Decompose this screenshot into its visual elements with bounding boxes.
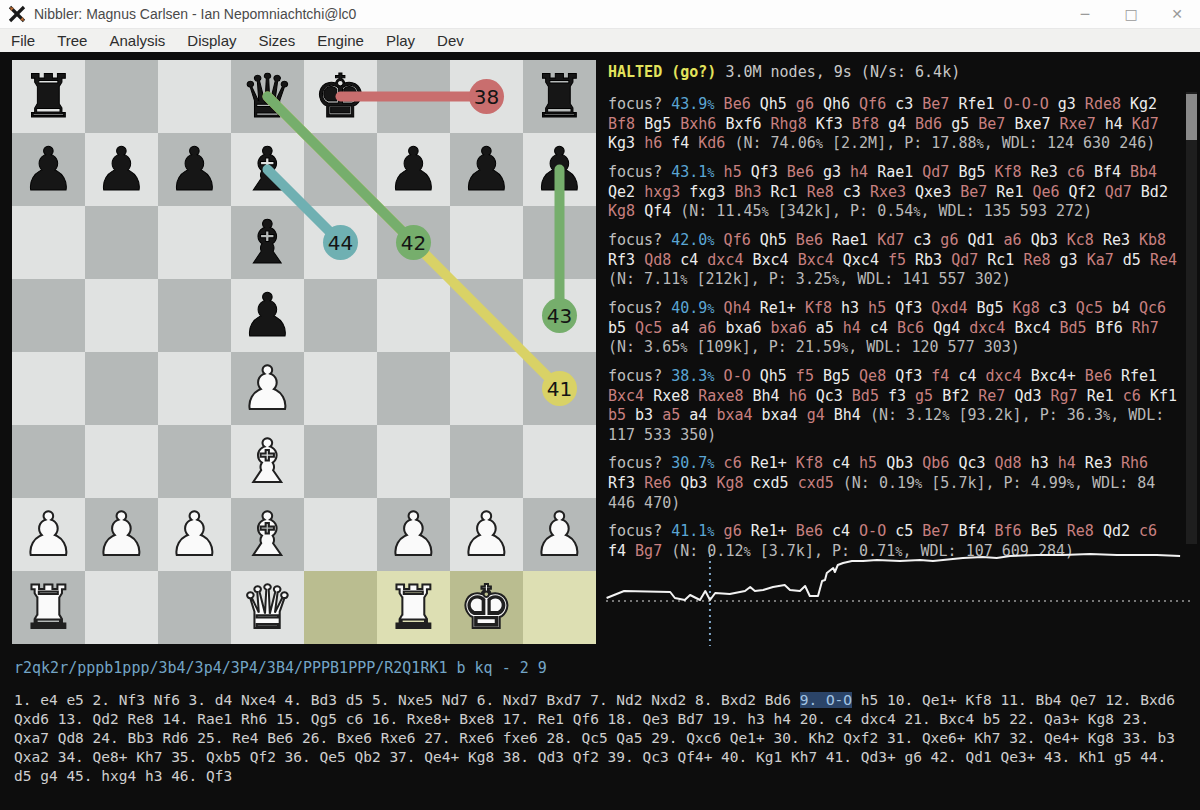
pv-move[interactable]: Qf6 bbox=[724, 231, 751, 249]
pv-move[interactable]: Bf6 bbox=[1096, 319, 1123, 337]
pv-move[interactable]: Be7 bbox=[978, 115, 1005, 133]
white-pawn[interactable]: ♟ bbox=[168, 498, 222, 571]
square-f1[interactable]: ♜ bbox=[377, 571, 450, 644]
pv-move[interactable]: g3 bbox=[1058, 95, 1076, 113]
square-a4[interactable] bbox=[12, 352, 85, 425]
square-h4[interactable] bbox=[523, 352, 596, 425]
pv-move[interactable]: Bb4 bbox=[1130, 163, 1157, 181]
pv-move[interactable]: Kg8 bbox=[1013, 299, 1040, 317]
pv-move[interactable]: h3 bbox=[841, 299, 859, 317]
pv-move[interactable]: Qc5 bbox=[1076, 299, 1103, 317]
square-c5[interactable] bbox=[158, 279, 231, 352]
square-a7[interactable]: ♟ bbox=[12, 133, 85, 206]
white-bishop[interactable]: ♝ bbox=[241, 498, 295, 571]
pv-move[interactable]: f5 bbox=[888, 251, 906, 269]
pv-move[interactable]: Qg4 bbox=[933, 319, 960, 337]
pv-move[interactable]: c3 bbox=[913, 231, 931, 249]
pv-move[interactable]: a6 bbox=[698, 319, 716, 337]
white-queen[interactable]: ♛ bbox=[241, 571, 295, 644]
square-e4[interactable] bbox=[304, 352, 377, 425]
pv-move[interactable]: b4 bbox=[1112, 299, 1130, 317]
pv-move[interactable]: Rh7 bbox=[1132, 319, 1159, 337]
black-king[interactable]: ♚ bbox=[314, 60, 368, 133]
pv-move[interactable]: dxc4 bbox=[969, 319, 1005, 337]
square-a2[interactable]: ♟ bbox=[12, 498, 85, 571]
pv-move[interactable]: c5 bbox=[895, 522, 913, 540]
pv-move[interactable]: Bxe7 bbox=[1014, 115, 1050, 133]
square-b2[interactable]: ♟ bbox=[85, 498, 158, 571]
pv-move[interactable]: Rg7 bbox=[1051, 387, 1078, 405]
pv-move[interactable]: Qd8 bbox=[995, 454, 1022, 472]
pv-move[interactable]: Bf8 bbox=[608, 115, 635, 133]
pv-move[interactable]: g4 bbox=[807, 406, 825, 424]
focus-toggle[interactable]: focus? bbox=[608, 231, 662, 249]
pv-move[interactable]: Bxc4+ bbox=[1031, 367, 1076, 385]
pv-move[interactable]: bxa4 bbox=[762, 406, 798, 424]
black-pawn[interactable]: ♟ bbox=[168, 133, 222, 206]
pv-move[interactable]: c4 bbox=[680, 251, 698, 269]
pv-move[interactable]: Kf8 bbox=[796, 454, 823, 472]
scrollbar-track[interactable] bbox=[1186, 92, 1197, 544]
pv-move[interactable]: Re1+ bbox=[751, 454, 787, 472]
pv-move[interactable]: a6 bbox=[1004, 231, 1022, 249]
pv-move[interactable]: Kg2 bbox=[1130, 95, 1157, 113]
pv-move[interactable]: Qh6 bbox=[823, 95, 850, 113]
pv-move[interactable]: Rhg8 bbox=[771, 115, 807, 133]
pv-move[interactable]: g3 bbox=[823, 163, 841, 181]
pv-move[interactable]: a5 bbox=[662, 406, 680, 424]
moves-before[interactable]: 1. e4 e5 2. Nf3 Nf6 3. d4 Nxe4 4. Bd3 d5… bbox=[14, 692, 800, 708]
menu-item-sizes[interactable]: Sizes bbox=[248, 32, 307, 49]
menu-item-play[interactable]: Play bbox=[375, 32, 426, 49]
pv-move[interactable]: h4 bbox=[850, 163, 868, 181]
pv-move[interactable]: Qf6 bbox=[859, 95, 886, 113]
square-b7[interactable]: ♟ bbox=[85, 133, 158, 206]
pv-move[interactable]: Qh5 bbox=[760, 231, 787, 249]
square-d6[interactable]: ♝ bbox=[231, 206, 304, 279]
pv-move[interactable]: Qf3 bbox=[895, 299, 922, 317]
pv-move[interactable]: Qxe3 bbox=[915, 183, 951, 201]
pv-move[interactable]: cxd5 bbox=[798, 474, 834, 492]
square-e5[interactable] bbox=[304, 279, 377, 352]
pv-move[interactable]: Qd7 bbox=[1105, 183, 1132, 201]
white-pawn[interactable]: ♟ bbox=[241, 352, 295, 425]
square-g8[interactable] bbox=[450, 60, 523, 133]
pv-move[interactable]: a4 bbox=[671, 319, 689, 337]
pv-move[interactable]: Bg5 bbox=[958, 163, 985, 181]
square-a8[interactable]: ♜ bbox=[12, 60, 85, 133]
pv-move[interactable]: Raxe8 bbox=[698, 387, 743, 405]
pv-move[interactable]: g6 bbox=[796, 95, 814, 113]
pv-move[interactable]: b5 bbox=[608, 406, 626, 424]
black-queen[interactable]: ♛ bbox=[241, 60, 295, 133]
pv-move[interactable]: Qc3 bbox=[958, 454, 985, 472]
white-rook[interactable]: ♜ bbox=[22, 571, 76, 644]
pv-move[interactable]: Re4 bbox=[1150, 251, 1177, 269]
pv-move[interactable]: Be6 bbox=[787, 163, 814, 181]
pv-move[interactable]: b5 bbox=[608, 319, 626, 337]
pv-move[interactable]: Kb8 bbox=[1139, 231, 1166, 249]
pv-move[interactable]: Rae1 bbox=[832, 231, 868, 249]
pv-move[interactable]: Bxc4 bbox=[1014, 319, 1050, 337]
white-bishop[interactable]: ♝ bbox=[241, 425, 295, 498]
pv-move[interactable]: Bxc4 bbox=[608, 387, 644, 405]
pv-move[interactable]: Qxd4 bbox=[931, 299, 967, 317]
square-a1[interactable]: ♜ bbox=[12, 571, 85, 644]
pv-move[interactable]: Qxc4 bbox=[843, 251, 879, 269]
pv-move[interactable]: h5 bbox=[724, 163, 742, 181]
pv-move[interactable]: bxa6 bbox=[771, 319, 807, 337]
square-g3[interactable] bbox=[450, 425, 523, 498]
square-h7[interactable]: ♟ bbox=[523, 133, 596, 206]
square-c3[interactable] bbox=[158, 425, 231, 498]
pv-move[interactable]: Be6 bbox=[724, 95, 751, 113]
pv-move[interactable]: Rf3 bbox=[608, 251, 635, 269]
pv-move[interactable]: c3 bbox=[843, 183, 861, 201]
pv-move[interactable]: Re8 bbox=[1023, 251, 1050, 269]
menu-item-tree[interactable]: Tree bbox=[46, 32, 98, 49]
black-pawn[interactable]: ♟ bbox=[460, 133, 514, 206]
square-h1[interactable] bbox=[523, 571, 596, 644]
pv-move[interactable]: Qe8 bbox=[859, 367, 886, 385]
pv-move[interactable]: Rb3 bbox=[915, 251, 942, 269]
pv-move[interactable]: Qh5 bbox=[760, 367, 787, 385]
square-d8[interactable]: ♛ bbox=[231, 60, 304, 133]
square-e8[interactable]: ♚ bbox=[304, 60, 377, 133]
pv-move[interactable]: Kf8 bbox=[995, 163, 1022, 181]
square-h6[interactable] bbox=[523, 206, 596, 279]
pv-move[interactable]: Kg3 bbox=[608, 134, 635, 152]
pv-move[interactable]: Be7 bbox=[922, 522, 949, 540]
pv-move[interactable]: Kf3 bbox=[816, 115, 843, 133]
pv-move[interactable]: Rxe3 bbox=[870, 183, 906, 201]
pv-move[interactable]: Re6 bbox=[644, 474, 671, 492]
pv-move[interactable]: h4 bbox=[1058, 454, 1076, 472]
pv-move[interactable]: f4 bbox=[931, 367, 949, 385]
square-a5[interactable] bbox=[12, 279, 85, 352]
white-rook[interactable]: ♜ bbox=[387, 571, 441, 644]
menu-item-file[interactable]: File bbox=[0, 32, 46, 49]
pv-move[interactable]: Rc1 bbox=[987, 251, 1014, 269]
pv-move[interactable]: fxg3 bbox=[689, 183, 725, 201]
square-d2[interactable]: ♝ bbox=[231, 498, 304, 571]
pv-move[interactable]: Kd7 bbox=[877, 231, 904, 249]
pv-move[interactable]: Rxe8 bbox=[653, 387, 689, 405]
pv-move[interactable]: Bxh6 bbox=[680, 115, 716, 133]
pv-move[interactable]: Kf8 bbox=[805, 299, 832, 317]
white-king[interactable]: ♚ bbox=[460, 571, 514, 644]
pv-move[interactable]: Rfe1 bbox=[958, 95, 994, 113]
square-c2[interactable]: ♟ bbox=[158, 498, 231, 571]
pv-move[interactable]: c3 bbox=[895, 95, 913, 113]
pv-move[interactable]: c4 bbox=[832, 454, 850, 472]
pv-move[interactable]: g4 bbox=[888, 115, 906, 133]
square-h5[interactable] bbox=[523, 279, 596, 352]
pv-move[interactable]: bxa6 bbox=[725, 319, 761, 337]
pv-move[interactable]: Re1 bbox=[996, 183, 1023, 201]
pv-move[interactable]: Bxf6 bbox=[725, 115, 761, 133]
minimize-button[interactable]: ─ bbox=[1062, 0, 1108, 28]
pv-move[interactable]: Re3 bbox=[1031, 163, 1058, 181]
maximize-button[interactable]: □ bbox=[1108, 0, 1154, 28]
pv-move[interactable]: Kc8 bbox=[1067, 231, 1094, 249]
pv-move[interactable]: Rfe1 bbox=[1121, 367, 1157, 385]
pv-move[interactable]: Kf1 bbox=[1150, 387, 1177, 405]
pv-move[interactable]: Be6 bbox=[796, 522, 823, 540]
pv-move[interactable]: Bd2 bbox=[1141, 183, 1168, 201]
pv-move[interactable]: f3 bbox=[888, 387, 906, 405]
pv-move[interactable]: f4 bbox=[671, 134, 689, 152]
pv-move[interactable]: hxg3 bbox=[644, 183, 680, 201]
square-f8[interactable] bbox=[377, 60, 450, 133]
pv-move[interactable]: Qf4 bbox=[644, 202, 671, 220]
square-c6[interactable] bbox=[158, 206, 231, 279]
pv-move[interactable]: Be6 bbox=[796, 231, 823, 249]
focus-toggle[interactable]: focus? bbox=[608, 454, 662, 472]
focus-toggle[interactable]: focus? bbox=[608, 163, 662, 181]
pv-move[interactable]: Bc6 bbox=[897, 319, 924, 337]
square-f5[interactable] bbox=[377, 279, 450, 352]
pv-move[interactable]: Bxc4 bbox=[753, 251, 789, 269]
square-f3[interactable] bbox=[377, 425, 450, 498]
pv-move[interactable]: Bf8 bbox=[852, 115, 879, 133]
square-f6[interactable] bbox=[377, 206, 450, 279]
black-pawn[interactable]: ♟ bbox=[533, 133, 587, 206]
pv-move[interactable]: O-O-O bbox=[1004, 95, 1049, 113]
pv-move[interactable]: dxc4 bbox=[986, 367, 1022, 385]
square-e2[interactable] bbox=[304, 498, 377, 571]
pv-move[interactable]: h6 bbox=[644, 134, 662, 152]
menu-item-display[interactable]: Display bbox=[176, 32, 247, 49]
square-c1[interactable] bbox=[158, 571, 231, 644]
pv-move[interactable]: Bxc4 bbox=[798, 251, 834, 269]
pv-move[interactable]: Be6 bbox=[1085, 367, 1112, 385]
pv-move[interactable]: c4 bbox=[832, 522, 850, 540]
square-f7[interactable]: ♟ bbox=[377, 133, 450, 206]
pv-move[interactable]: Re1+ bbox=[760, 299, 796, 317]
pv-move[interactable]: Qd2 bbox=[1103, 522, 1130, 540]
square-e6[interactable] bbox=[304, 206, 377, 279]
eval-graph[interactable] bbox=[606, 552, 1190, 651]
square-b5[interactable] bbox=[85, 279, 158, 352]
white-pawn[interactable]: ♟ bbox=[387, 498, 441, 571]
black-pawn[interactable]: ♟ bbox=[387, 133, 441, 206]
pv-move[interactable]: h4 bbox=[1105, 115, 1123, 133]
pv-move[interactable]: Qb6 bbox=[922, 454, 949, 472]
pv-move[interactable]: Rde8 bbox=[1085, 95, 1121, 113]
pv-move[interactable]: Kg8 bbox=[608, 202, 635, 220]
pv-move[interactable]: Bd5 bbox=[852, 387, 879, 405]
square-h8[interactable]: ♜ bbox=[523, 60, 596, 133]
pv-move[interactable]: Qf3 bbox=[895, 367, 922, 385]
pv-move[interactable]: Qd7 bbox=[922, 163, 949, 181]
pv-move[interactable]: Be7 bbox=[960, 183, 987, 201]
square-g1[interactable]: ♚ bbox=[450, 571, 523, 644]
square-b6[interactable] bbox=[85, 206, 158, 279]
pv-move[interactable]: Bf6 bbox=[995, 522, 1022, 540]
pv-move[interactable]: Qd7 bbox=[951, 251, 978, 269]
pv-move[interactable]: Bh4 bbox=[753, 387, 780, 405]
focus-toggle[interactable]: focus? bbox=[608, 95, 662, 113]
pv-move[interactable]: Re1 bbox=[1087, 387, 1114, 405]
menu-item-dev[interactable]: Dev bbox=[426, 32, 475, 49]
square-c7[interactable]: ♟ bbox=[158, 133, 231, 206]
pv-move[interactable]: g6 bbox=[724, 522, 742, 540]
pv-move[interactable]: Bg5 bbox=[644, 115, 671, 133]
pv-move[interactable]: c6 bbox=[1139, 522, 1157, 540]
pv-move[interactable]: Qb3 bbox=[1031, 231, 1058, 249]
pv-move[interactable]: Qc5 bbox=[635, 319, 662, 337]
pv-move[interactable]: Bg5 bbox=[976, 299, 1003, 317]
pv-move[interactable]: f5 bbox=[796, 367, 814, 385]
focus-toggle[interactable]: focus? bbox=[608, 522, 662, 540]
pv-move[interactable]: a5 bbox=[816, 319, 834, 337]
pv-move[interactable]: bxa4 bbox=[716, 406, 752, 424]
pv-move[interactable]: g5 bbox=[915, 387, 933, 405]
pv-move[interactable]: Re1+ bbox=[751, 522, 787, 540]
pv-move[interactable]: h6 bbox=[789, 387, 807, 405]
pv-move[interactable]: Bd6 bbox=[915, 115, 942, 133]
pv-move[interactable]: Rh6 bbox=[1121, 454, 1148, 472]
pv-move[interactable]: O-O bbox=[859, 522, 886, 540]
pv-move[interactable]: Be7 bbox=[922, 95, 949, 113]
pv-move[interactable]: Bd5 bbox=[1060, 319, 1087, 337]
pv-move[interactable]: Ka7 bbox=[1087, 251, 1114, 269]
black-bishop[interactable]: ♝ bbox=[241, 133, 295, 206]
square-h2[interactable]: ♟ bbox=[523, 498, 596, 571]
square-e3[interactable] bbox=[304, 425, 377, 498]
pv-move[interactable]: c3 bbox=[1049, 299, 1067, 317]
square-a3[interactable] bbox=[12, 425, 85, 498]
pv-move[interactable]: Qe6 bbox=[1032, 183, 1059, 201]
pv-move[interactable]: Qb3 bbox=[886, 454, 913, 472]
focus-toggle[interactable]: focus? bbox=[608, 367, 662, 385]
menu-item-engine[interactable]: Engine bbox=[306, 32, 375, 49]
pv-move[interactable]: c6 bbox=[724, 454, 742, 472]
pv-move[interactable]: Re7 bbox=[978, 387, 1005, 405]
pv-move[interactable]: Re8 bbox=[1067, 522, 1094, 540]
square-g7[interactable]: ♟ bbox=[450, 133, 523, 206]
black-pawn[interactable]: ♟ bbox=[22, 133, 76, 206]
square-d4[interactable]: ♟ bbox=[231, 352, 304, 425]
square-b8[interactable] bbox=[85, 60, 158, 133]
square-d3[interactable]: ♝ bbox=[231, 425, 304, 498]
move-list[interactable]: 1. e4 e5 2. Nf3 Nf6 3. d4 Nxe4 4. Bd3 d5… bbox=[14, 691, 1186, 786]
pv-move[interactable]: dxc4 bbox=[707, 251, 743, 269]
pv-move[interactable]: h5 bbox=[868, 299, 886, 317]
pv-move[interactable]: cxd5 bbox=[753, 474, 789, 492]
black-rook[interactable]: ♜ bbox=[22, 60, 76, 133]
pv-move[interactable]: h5 bbox=[859, 454, 877, 472]
pv-move[interactable]: Qd1 bbox=[967, 231, 994, 249]
pv-move[interactable]: Be5 bbox=[1031, 522, 1058, 540]
square-b1[interactable] bbox=[85, 571, 158, 644]
square-g2[interactable]: ♟ bbox=[450, 498, 523, 571]
white-pawn[interactable]: ♟ bbox=[22, 498, 76, 571]
pv-move[interactable]: Rc1 bbox=[771, 183, 798, 201]
square-d1[interactable]: ♛ bbox=[231, 571, 304, 644]
pv-move[interactable]: Re3 bbox=[1085, 454, 1112, 472]
square-h3[interactable] bbox=[523, 425, 596, 498]
square-a6[interactable] bbox=[12, 206, 85, 279]
pv-move[interactable]: Qb3 bbox=[680, 474, 707, 492]
pv-move[interactable]: Bh4 bbox=[834, 406, 861, 424]
pv-move[interactable]: Rf3 bbox=[608, 474, 635, 492]
pv-move[interactable]: c6 bbox=[1067, 163, 1085, 181]
pv-move[interactable]: c4 bbox=[870, 319, 888, 337]
square-f2[interactable]: ♟ bbox=[377, 498, 450, 571]
pv-move[interactable]: Bg5 bbox=[823, 367, 850, 385]
black-rook[interactable]: ♜ bbox=[533, 60, 587, 133]
pv-move[interactable]: Re8 bbox=[807, 183, 834, 201]
pv-move[interactable]: Qc6 bbox=[1139, 299, 1166, 317]
pv-move[interactable]: a4 bbox=[689, 406, 707, 424]
white-pawn[interactable]: ♟ bbox=[460, 498, 514, 571]
go-button[interactable]: (go?) bbox=[671, 63, 716, 81]
square-c4[interactable] bbox=[158, 352, 231, 425]
pv-move[interactable]: g6 bbox=[940, 231, 958, 249]
square-e7[interactable] bbox=[304, 133, 377, 206]
pv-move[interactable]: Kd6 bbox=[698, 134, 725, 152]
square-d7[interactable]: ♝ bbox=[231, 133, 304, 206]
pv-move[interactable]: O-O bbox=[724, 367, 751, 385]
square-b4[interactable] bbox=[85, 352, 158, 425]
pv-move[interactable]: Bh3 bbox=[734, 183, 761, 201]
square-f4[interactable] bbox=[377, 352, 450, 425]
pv-move[interactable]: g3 bbox=[1060, 251, 1078, 269]
pv-move[interactable]: Qd8 bbox=[644, 251, 671, 269]
pv-move[interactable]: Kd7 bbox=[1132, 115, 1159, 133]
pv-move[interactable]: Qh4 bbox=[724, 299, 751, 317]
pv-move[interactable]: h4 bbox=[843, 319, 861, 337]
pv-move[interactable]: Qf3 bbox=[751, 163, 778, 181]
square-c8[interactable] bbox=[158, 60, 231, 133]
white-pawn[interactable]: ♟ bbox=[95, 498, 149, 571]
pv-move[interactable]: g5 bbox=[951, 115, 969, 133]
focus-toggle[interactable]: focus? bbox=[608, 299, 662, 317]
square-e1[interactable] bbox=[304, 571, 377, 644]
scrollbar-thumb[interactable] bbox=[1186, 94, 1197, 140]
pv-move[interactable]: c6 bbox=[1123, 387, 1141, 405]
close-button[interactable]: ✕ bbox=[1154, 0, 1200, 28]
white-pawn[interactable]: ♟ bbox=[533, 498, 587, 571]
pv-move[interactable]: Bf4 bbox=[958, 522, 985, 540]
pv-move[interactable]: Qc3 bbox=[816, 387, 843, 405]
menu-item-analysis[interactable]: Analysis bbox=[98, 32, 176, 49]
black-pawn[interactable]: ♟ bbox=[241, 279, 295, 352]
square-g4[interactable] bbox=[450, 352, 523, 425]
pv-move[interactable]: Bf4 bbox=[1094, 163, 1121, 181]
square-g6[interactable] bbox=[450, 206, 523, 279]
pv-move[interactable]: Kg8 bbox=[716, 474, 743, 492]
pv-move[interactable]: Bf2 bbox=[942, 387, 969, 405]
pv-move[interactable]: Rxe7 bbox=[1060, 115, 1096, 133]
black-bishop[interactable]: ♝ bbox=[241, 206, 295, 279]
pv-move[interactable]: Qh5 bbox=[760, 95, 787, 113]
square-g5[interactable] bbox=[450, 279, 523, 352]
square-d5[interactable]: ♟ bbox=[231, 279, 304, 352]
pv-move[interactable]: b3 bbox=[635, 406, 653, 424]
square-b3[interactable] bbox=[85, 425, 158, 498]
pv-move[interactable]: Qe2 bbox=[608, 183, 635, 201]
black-pawn[interactable]: ♟ bbox=[95, 133, 149, 206]
pv-move[interactable]: Qd3 bbox=[1014, 387, 1041, 405]
pv-move[interactable]: d5 bbox=[1123, 251, 1141, 269]
pv-move[interactable]: Rae1 bbox=[877, 163, 913, 181]
pv-move[interactable]: h3 bbox=[1031, 454, 1049, 472]
pv-move[interactable]: c4 bbox=[958, 367, 976, 385]
pv-move[interactable]: Qf2 bbox=[1069, 183, 1096, 201]
